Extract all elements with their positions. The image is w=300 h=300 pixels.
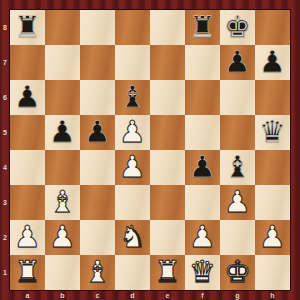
- square-a6[interactable]: ♟: [10, 80, 45, 115]
- square-h1[interactable]: [255, 255, 290, 290]
- square-g1[interactable]: ♚: [220, 255, 255, 290]
- square-g3[interactable]: ♟: [220, 185, 255, 220]
- square-c7[interactable]: [80, 45, 115, 80]
- file-label-g: g: [220, 290, 255, 300]
- rank-label-6: 6: [0, 80, 10, 115]
- square-d5[interactable]: ♟: [115, 115, 150, 150]
- rank-label-8: 8: [0, 10, 10, 45]
- square-e6[interactable]: [150, 80, 185, 115]
- chess-board: ♜♜♚♟♟♟♝♟♟♟♛♟♟♝♝♟♟♟♞♟♟♜♝♜♛♚: [10, 10, 290, 290]
- square-h2[interactable]: ♟: [255, 220, 290, 255]
- file-coordinates: abcdefgh: [10, 290, 290, 300]
- square-h6[interactable]: [255, 80, 290, 115]
- square-d7[interactable]: [115, 45, 150, 80]
- square-a8[interactable]: ♜: [10, 10, 45, 45]
- square-e2[interactable]: [150, 220, 185, 255]
- file-label-b: b: [45, 290, 80, 300]
- rank-label-3: 3: [0, 185, 10, 220]
- white-rook[interactable]: ♜: [154, 257, 181, 287]
- black-king[interactable]: ♚: [224, 12, 251, 42]
- rank-label-2: 2: [0, 220, 10, 255]
- square-e7[interactable]: [150, 45, 185, 80]
- chessboard-widget: 87654321 abcdefgh ♜♜♚♟♟♟♝♟♟♟♛♟♟♝♝♟♟♟♞♟♟♜…: [0, 0, 300, 300]
- square-e8[interactable]: [150, 10, 185, 45]
- black-pawn[interactable]: ♟: [84, 117, 111, 147]
- square-b5[interactable]: ♟: [45, 115, 80, 150]
- square-d8[interactable]: [115, 10, 150, 45]
- square-d6[interactable]: ♝: [115, 80, 150, 115]
- square-b4[interactable]: [45, 150, 80, 185]
- square-c1[interactable]: ♝: [80, 255, 115, 290]
- square-d1[interactable]: [115, 255, 150, 290]
- black-rook[interactable]: ♜: [14, 12, 41, 42]
- square-a2[interactable]: ♟: [10, 220, 45, 255]
- square-a4[interactable]: [10, 150, 45, 185]
- white-pawn[interactable]: ♟: [119, 152, 146, 182]
- square-g8[interactable]: ♚: [220, 10, 255, 45]
- file-label-c: c: [80, 290, 115, 300]
- square-h4[interactable]: [255, 150, 290, 185]
- black-pawn[interactable]: ♟: [224, 47, 251, 77]
- square-b3[interactable]: ♝: [45, 185, 80, 220]
- square-h8[interactable]: [255, 10, 290, 45]
- square-e5[interactable]: [150, 115, 185, 150]
- black-pawn[interactable]: ♟: [189, 152, 216, 182]
- file-label-f: f: [185, 290, 220, 300]
- file-label-h: h: [255, 290, 290, 300]
- white-pawn[interactable]: ♟: [119, 117, 146, 147]
- rank-label-1: 1: [0, 255, 10, 290]
- file-label-e: e: [150, 290, 185, 300]
- square-c4[interactable]: [80, 150, 115, 185]
- square-a7[interactable]: [10, 45, 45, 80]
- square-f3[interactable]: [185, 185, 220, 220]
- file-label-a: a: [10, 290, 45, 300]
- square-c3[interactable]: [80, 185, 115, 220]
- black-queen[interactable]: ♛: [259, 117, 286, 147]
- square-b7[interactable]: [45, 45, 80, 80]
- square-h7[interactable]: ♟: [255, 45, 290, 80]
- square-f2[interactable]: ♟: [185, 220, 220, 255]
- square-c8[interactable]: [80, 10, 115, 45]
- black-bishop[interactable]: ♝: [119, 82, 146, 112]
- square-c5[interactable]: ♟: [80, 115, 115, 150]
- white-king[interactable]: ♚: [224, 257, 251, 287]
- rank-label-4: 4: [0, 150, 10, 185]
- square-e3[interactable]: [150, 185, 185, 220]
- white-pawn[interactable]: ♟: [49, 222, 76, 252]
- square-e1[interactable]: ♜: [150, 255, 185, 290]
- black-bishop[interactable]: ♝: [224, 152, 251, 182]
- square-c2[interactable]: [80, 220, 115, 255]
- square-c6[interactable]: [80, 80, 115, 115]
- white-pawn[interactable]: ♟: [189, 222, 216, 252]
- white-rook[interactable]: ♜: [14, 257, 41, 287]
- square-d2[interactable]: ♞: [115, 220, 150, 255]
- square-b6[interactable]: [45, 80, 80, 115]
- square-h5[interactable]: ♛: [255, 115, 290, 150]
- square-f8[interactable]: ♜: [185, 10, 220, 45]
- square-h3[interactable]: [255, 185, 290, 220]
- square-b2[interactable]: ♟: [45, 220, 80, 255]
- white-queen[interactable]: ♛: [189, 257, 216, 287]
- black-pawn[interactable]: ♟: [259, 47, 286, 77]
- black-pawn[interactable]: ♟: [49, 117, 76, 147]
- white-pawn[interactable]: ♟: [14, 222, 41, 252]
- square-g6[interactable]: [220, 80, 255, 115]
- file-label-d: d: [115, 290, 150, 300]
- square-a1[interactable]: ♜: [10, 255, 45, 290]
- white-pawn[interactable]: ♟: [224, 187, 251, 217]
- black-rook[interactable]: ♜: [189, 12, 216, 42]
- square-b1[interactable]: [45, 255, 80, 290]
- square-f1[interactable]: ♛: [185, 255, 220, 290]
- rank-label-5: 5: [0, 115, 10, 150]
- square-d4[interactable]: ♟: [115, 150, 150, 185]
- white-pawn[interactable]: ♟: [259, 222, 286, 252]
- black-pawn[interactable]: ♟: [14, 82, 41, 112]
- square-g5[interactable]: [220, 115, 255, 150]
- rank-label-7: 7: [0, 45, 10, 80]
- rank-coordinates: 87654321: [0, 10, 10, 290]
- white-bishop[interactable]: ♝: [84, 257, 111, 287]
- square-b8[interactable]: [45, 10, 80, 45]
- square-f7[interactable]: [185, 45, 220, 80]
- square-d3[interactable]: [115, 185, 150, 220]
- white-bishop[interactable]: ♝: [49, 187, 76, 217]
- square-g7[interactable]: ♟: [220, 45, 255, 80]
- square-f5[interactable]: [185, 115, 220, 150]
- square-a5[interactable]: [10, 115, 45, 150]
- square-g2[interactable]: [220, 220, 255, 255]
- white-knight[interactable]: ♞: [119, 222, 146, 252]
- square-e4[interactable]: [150, 150, 185, 185]
- square-f4[interactable]: ♟: [185, 150, 220, 185]
- square-a3[interactable]: [10, 185, 45, 220]
- square-g4[interactable]: ♝: [220, 150, 255, 185]
- square-f6[interactable]: [185, 80, 220, 115]
